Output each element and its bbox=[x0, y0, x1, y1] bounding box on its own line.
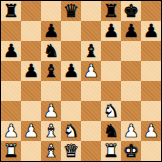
square-c4[interactable] bbox=[41, 81, 61, 101]
square-d2[interactable]: ♞ bbox=[61, 121, 81, 141]
square-h4[interactable] bbox=[141, 81, 161, 101]
white-knight-d2[interactable]: ♞ bbox=[63, 121, 79, 141]
white-king-g1[interactable]: ♚ bbox=[123, 141, 139, 161]
black-pawn-g7[interactable]: ♟ bbox=[123, 21, 139, 41]
square-d7[interactable] bbox=[61, 21, 81, 41]
square-e5[interactable]: ♟ bbox=[81, 61, 101, 81]
square-f7[interactable]: ♟ bbox=[101, 21, 121, 41]
white-pawn-c3[interactable]: ♟ bbox=[43, 101, 59, 121]
black-pawn-d5[interactable]: ♟ bbox=[63, 61, 79, 81]
square-b1[interactable] bbox=[21, 141, 41, 161]
square-c6[interactable]: ♞ bbox=[41, 41, 61, 61]
square-b2[interactable]: ♟ bbox=[21, 121, 41, 141]
square-a1[interactable]: ♜ bbox=[1, 141, 21, 161]
square-f5[interactable] bbox=[101, 61, 121, 81]
white-pawn-g2[interactable]: ♟ bbox=[123, 121, 139, 141]
black-pawn-a6[interactable]: ♟ bbox=[3, 41, 19, 61]
square-e8[interactable] bbox=[81, 1, 101, 21]
square-d3[interactable] bbox=[61, 101, 81, 121]
square-f4[interactable] bbox=[101, 81, 121, 101]
square-f3[interactable]: ♞ bbox=[101, 101, 121, 121]
black-pawn-b5[interactable]: ♟ bbox=[23, 61, 39, 81]
square-d5[interactable]: ♟ bbox=[61, 61, 81, 81]
square-d8[interactable]: ♛ bbox=[61, 1, 81, 21]
square-e7[interactable] bbox=[81, 21, 101, 41]
square-c7[interactable]: ♟ bbox=[41, 21, 61, 41]
square-g4[interactable] bbox=[121, 81, 141, 101]
square-e4[interactable] bbox=[81, 81, 101, 101]
square-d6[interactable] bbox=[61, 41, 81, 61]
square-a3[interactable] bbox=[1, 101, 21, 121]
white-pawn-h2[interactable]: ♟ bbox=[143, 121, 159, 141]
square-c1[interactable]: ♝ bbox=[41, 141, 61, 161]
square-g8[interactable]: ♚ bbox=[121, 1, 141, 21]
square-c3[interactable]: ♟ bbox=[41, 101, 61, 121]
white-knight-f3[interactable]: ♞ bbox=[103, 101, 119, 121]
square-e3[interactable] bbox=[81, 101, 101, 121]
square-b4[interactable] bbox=[21, 81, 41, 101]
white-pawn-e5[interactable]: ♟ bbox=[83, 61, 99, 81]
square-b5[interactable]: ♟ bbox=[21, 61, 41, 81]
square-c5[interactable]: ♝ bbox=[41, 61, 61, 81]
black-rook-a8[interactable]: ♜ bbox=[3, 1, 19, 21]
chess-board: ♜♛♜♚♟♟♟♟♟♞♝♟♝♟♟♟♞♟♟♝♞♞♟♟♜♝♛♜♚ bbox=[1, 1, 161, 161]
square-e6[interactable]: ♝ bbox=[81, 41, 101, 61]
square-a5[interactable] bbox=[1, 61, 21, 81]
square-h3[interactable] bbox=[141, 101, 161, 121]
square-f8[interactable]: ♜ bbox=[101, 1, 121, 21]
square-g7[interactable]: ♟ bbox=[121, 21, 141, 41]
square-e1[interactable] bbox=[81, 141, 101, 161]
square-b8[interactable] bbox=[21, 1, 41, 21]
white-rook-a1[interactable]: ♜ bbox=[3, 141, 19, 161]
black-bishop-e6[interactable]: ♝ bbox=[83, 41, 99, 61]
square-g5[interactable] bbox=[121, 61, 141, 81]
square-f2[interactable]: ♞ bbox=[101, 121, 121, 141]
white-bishop-c1[interactable]: ♝ bbox=[43, 141, 59, 161]
white-rook-f1[interactable]: ♜ bbox=[103, 141, 119, 161]
square-a8[interactable]: ♜ bbox=[1, 1, 21, 21]
black-rook-f8[interactable]: ♜ bbox=[103, 1, 119, 21]
square-d1[interactable]: ♛ bbox=[61, 141, 81, 161]
white-bishop-c2[interactable]: ♝ bbox=[43, 121, 59, 141]
square-c8[interactable] bbox=[41, 1, 61, 21]
black-bishop-c5[interactable]: ♝ bbox=[43, 61, 59, 81]
square-a2[interactable]: ♟ bbox=[1, 121, 21, 141]
square-b3[interactable] bbox=[21, 101, 41, 121]
square-a7[interactable] bbox=[1, 21, 21, 41]
square-c2[interactable]: ♝ bbox=[41, 121, 61, 141]
square-f1[interactable]: ♜ bbox=[101, 141, 121, 161]
square-h5[interactable] bbox=[141, 61, 161, 81]
white-pawn-a2[interactable]: ♟ bbox=[3, 121, 19, 141]
black-pawn-f7[interactable]: ♟ bbox=[103, 21, 119, 41]
black-king-g8[interactable]: ♚ bbox=[123, 1, 139, 21]
square-f6[interactable] bbox=[101, 41, 121, 61]
square-h2[interactable]: ♟ bbox=[141, 121, 161, 141]
square-b7[interactable] bbox=[21, 21, 41, 41]
square-e2[interactable] bbox=[81, 121, 101, 141]
square-a6[interactable]: ♟ bbox=[1, 41, 21, 61]
square-g1[interactable]: ♚ bbox=[121, 141, 141, 161]
square-h6[interactable] bbox=[141, 41, 161, 61]
square-g6[interactable] bbox=[121, 41, 141, 61]
square-d4[interactable] bbox=[61, 81, 81, 101]
black-pawn-h7[interactable]: ♟ bbox=[143, 21, 159, 41]
square-g2[interactable]: ♟ bbox=[121, 121, 141, 141]
black-knight-c6[interactable]: ♞ bbox=[43, 41, 59, 61]
black-pawn-c7[interactable]: ♟ bbox=[43, 21, 59, 41]
square-h1[interactable] bbox=[141, 141, 161, 161]
white-queen-d1[interactable]: ♛ bbox=[63, 141, 79, 161]
square-h7[interactable]: ♟ bbox=[141, 21, 161, 41]
black-knight-f2[interactable]: ♞ bbox=[103, 121, 119, 141]
chess-board-frame: ♜♛♜♚♟♟♟♟♟♞♝♟♝♟♟♟♞♟♟♝♞♞♟♟♜♝♛♜♚ bbox=[0, 0, 162, 162]
black-queen-d8[interactable]: ♛ bbox=[63, 1, 79, 21]
square-b6[interactable] bbox=[21, 41, 41, 61]
square-h8[interactable] bbox=[141, 1, 161, 21]
square-g3[interactable] bbox=[121, 101, 141, 121]
square-a4[interactable] bbox=[1, 81, 21, 101]
white-pawn-b2[interactable]: ♟ bbox=[23, 121, 39, 141]
